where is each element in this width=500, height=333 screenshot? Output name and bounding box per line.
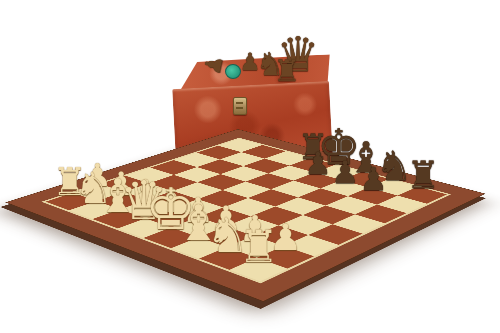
piece-black-pawn-f7: ♟: [331, 157, 359, 188]
board-pieces-layer: ♜♚♝♟♞♟♟♜♟♟♜♟♞♟♝♟♛♟♚♟♝♟♞♜: [0, 0, 500, 333]
piece-white-rook-h1: ♜: [239, 225, 279, 270]
piece-black-pawn-e7: ♟: [304, 149, 331, 180]
product-photo-scene: ♛♞♜♟♟ ♜♚♝♟♞♟♟♜♟♟♜♟♞♟♝♟♛♟♚♟♝♟♞♜: [0, 0, 500, 333]
piece-black-pawn-g7: ♟: [359, 164, 388, 196]
piece-black-rook-h8: ♜: [406, 157, 440, 195]
